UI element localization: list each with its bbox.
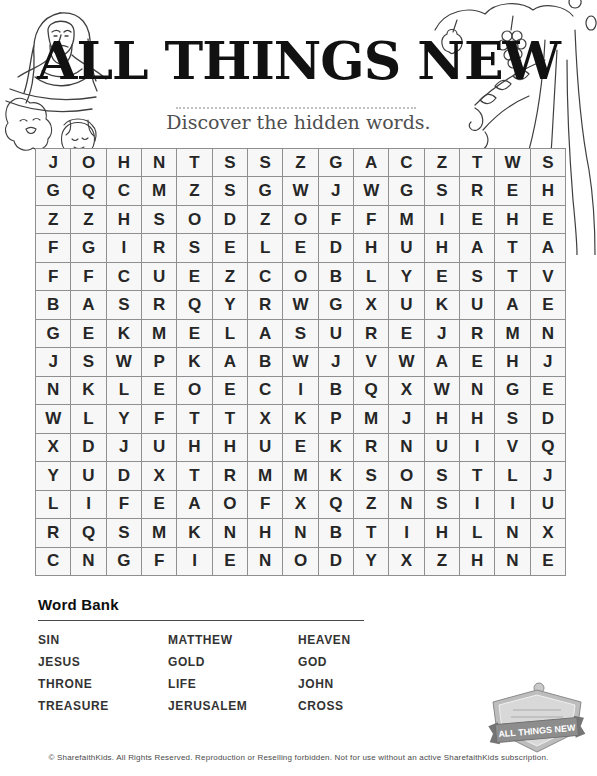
grid-cell[interactable]: L [495, 462, 529, 489]
grid-cell[interactable]: Y [107, 405, 141, 432]
grid-cell[interactable]: X [36, 434, 70, 461]
grid-cell[interactable]: I [460, 434, 494, 461]
grid-cell[interactable]: D [71, 434, 105, 461]
grid-cell[interactable]: F [107, 491, 141, 518]
grid-cell[interactable]: J [36, 149, 70, 176]
grid-cell[interactable]: A [425, 348, 459, 375]
grid-cell[interactable]: E [177, 263, 211, 290]
grid-cell[interactable]: E [460, 348, 494, 375]
word-bank-column: MATTHEWGOLDLIFEJERUSALEM [168, 633, 298, 713]
grid-cell[interactable]: N [248, 548, 282, 575]
grid-cell[interactable]: T [213, 405, 247, 432]
grid-cell[interactable]: D [107, 462, 141, 489]
grid-cell[interactable]: H [425, 234, 459, 261]
grid-cell[interactable]: Z [71, 206, 105, 233]
grid-cell[interactable]: E [283, 234, 317, 261]
word-bank-item: JESUS [38, 655, 168, 669]
grid-cell[interactable]: L [248, 234, 282, 261]
grid-cell[interactable]: Z [36, 206, 70, 233]
grid-cell[interactable]: A [354, 149, 388, 176]
word-bank-column: SINJESUSTHRONETREASURE [38, 633, 168, 713]
grid-cell[interactable]: D [319, 234, 353, 261]
grid-cell[interactable]: E [495, 177, 529, 204]
grid-cell[interactable]: D [213, 206, 247, 233]
grid-cell[interactable]: N [531, 320, 565, 347]
grid-cell[interactable]: R [142, 291, 176, 318]
grid-cell[interactable]: E [213, 548, 247, 575]
grid-cell[interactable]: H [107, 206, 141, 233]
grid-cell[interactable]: S [425, 491, 459, 518]
grid-cell[interactable]: K [283, 405, 317, 432]
grid-cell[interactable]: H [107, 149, 141, 176]
grid-cell[interactable]: N [71, 548, 105, 575]
word-search-grid: JOHNTSSZGACZTWSGQCMZSGWJWGSREHZZHSODZOFF… [35, 148, 566, 576]
grid-cell[interactable]: G [319, 291, 353, 318]
word-bank-item: SIN [38, 633, 168, 647]
grid-cell[interactable]: Z [213, 263, 247, 290]
grid-cell[interactable]: W [354, 177, 388, 204]
grid-cell[interactable]: H [460, 548, 494, 575]
grid-cell[interactable]: L [354, 263, 388, 290]
grid-cell[interactable]: O [177, 377, 211, 404]
grid-cell[interactable]: I [71, 491, 105, 518]
grid-cell[interactable]: C [389, 149, 423, 176]
grid-cell[interactable]: Z [354, 491, 388, 518]
grid-cell[interactable]: K [319, 434, 353, 461]
grid-cell[interactable]: C [107, 177, 141, 204]
grid-cell[interactable]: E [177, 320, 211, 347]
grid-cell[interactable]: N [142, 149, 176, 176]
grid-cell[interactable]: W [389, 348, 423, 375]
grid-cell[interactable]: E [283, 434, 317, 461]
grid-cell[interactable]: T [177, 149, 211, 176]
grid-cell[interactable]: N [36, 377, 70, 404]
grid-cell[interactable]: R [142, 234, 176, 261]
grid-cell[interactable]: X [389, 377, 423, 404]
word-bank-item: GOD [298, 655, 368, 669]
grid-cell[interactable]: U [142, 434, 176, 461]
grid-cell[interactable]: C [36, 548, 70, 575]
grid-cell[interactable]: G [36, 177, 70, 204]
grid-cell[interactable]: F [71, 263, 105, 290]
grid-cell[interactable]: Q [177, 291, 211, 318]
word-bank-item: LIFE [168, 677, 298, 691]
grid-cell[interactable]: J [531, 348, 565, 375]
grid-cell[interactable]: R [460, 177, 494, 204]
grid-cell[interactable]: J [389, 405, 423, 432]
grid-cell[interactable]: N [460, 377, 494, 404]
grid-cell[interactable]: K [177, 519, 211, 546]
grid-cell[interactable]: R [248, 291, 282, 318]
grid-cell[interactable]: Q [531, 434, 565, 461]
grid-cell[interactable]: F [354, 206, 388, 233]
grid-cell[interactable]: Y [36, 462, 70, 489]
grid-cell[interactable]: W [283, 177, 317, 204]
grid-cell[interactable]: O [177, 206, 211, 233]
grid-cell[interactable]: I [425, 206, 459, 233]
grid-cell[interactable]: H [425, 405, 459, 432]
grid-cell[interactable]: H [248, 519, 282, 546]
grid-cell[interactable]: F [248, 491, 282, 518]
word-bank-divider [38, 620, 364, 621]
grid-cell[interactable]: V [354, 348, 388, 375]
grid-cell[interactable]: X [389, 548, 423, 575]
grid-cell[interactable]: M [142, 177, 176, 204]
grid-cell[interactable]: A [495, 291, 529, 318]
grid-cell[interactable]: U [319, 320, 353, 347]
grid-cell[interactable]: I [107, 234, 141, 261]
grid-cell[interactable]: J [319, 348, 353, 375]
dotted-divider [176, 107, 416, 109]
grid-cell[interactable]: Q [319, 491, 353, 518]
grid-cell[interactable]: H [495, 348, 529, 375]
grid-cell[interactable]: S [213, 149, 247, 176]
grid-cell[interactable]: H [425, 519, 459, 546]
grid-cell[interactable]: D [531, 405, 565, 432]
grid-cell[interactable]: S [460, 263, 494, 290]
grid-cell[interactable]: R [460, 320, 494, 347]
word-bank-item: GOLD [168, 655, 298, 669]
grid-cell[interactable]: X [283, 491, 317, 518]
grid-cell[interactable]: Y [389, 263, 423, 290]
grid-cell[interactable]: S [531, 149, 565, 176]
grid-cell[interactable]: E [213, 234, 247, 261]
grid-cell[interactable]: N [389, 434, 423, 461]
page-title: ALL THINGS NEW [0, 30, 597, 91]
grid-cell[interactable]: E [71, 320, 105, 347]
grid-cell[interactable]: A [177, 491, 211, 518]
copyright-footer: © SharefaithKids. All Rights Reserved. R… [0, 753, 597, 762]
grid-cell[interactable]: F [142, 405, 176, 432]
grid-cell[interactable]: Q [354, 377, 388, 404]
grid-cell[interactable]: Q [71, 519, 105, 546]
grid-cell[interactable]: I [495, 491, 529, 518]
grid-cell[interactable]: A [71, 291, 105, 318]
grid-cell[interactable]: X [531, 519, 565, 546]
grid-cell[interactable]: J [107, 434, 141, 461]
grid-cell[interactable]: Z [425, 548, 459, 575]
grid-cell[interactable]: N [283, 519, 317, 546]
grid-cell[interactable]: F [319, 206, 353, 233]
grid-cell[interactable]: P [142, 348, 176, 375]
grid-cell[interactable]: F [142, 548, 176, 575]
grid-cell[interactable]: C [248, 263, 282, 290]
grid-cell[interactable]: C [248, 377, 282, 404]
grid-cell[interactable]: N [389, 491, 423, 518]
grid-cell[interactable]: P [319, 405, 353, 432]
word-bank-item: JERUSALEM [168, 699, 298, 713]
grid-cell[interactable]: I [389, 519, 423, 546]
word-bank-heading: Word Bank [38, 596, 368, 613]
grid-cell[interactable]: L [213, 320, 247, 347]
grid-cell[interactable]: O [213, 491, 247, 518]
grid-cell[interactable]: A [460, 234, 494, 261]
grid-cell[interactable]: S [425, 462, 459, 489]
grid-cell[interactable]: A [213, 348, 247, 375]
grid-cell[interactable]: U [71, 462, 105, 489]
grid-cell[interactable]: O [71, 149, 105, 176]
grid-cell[interactable]: G [319, 149, 353, 176]
grid-cell[interactable]: U [389, 234, 423, 261]
grid-cell[interactable]: B [36, 291, 70, 318]
grid-cell[interactable]: U [460, 291, 494, 318]
grid-cell[interactable]: G [495, 377, 529, 404]
grid-cell[interactable]: J [36, 348, 70, 375]
word-bank-item: TREASURE [38, 699, 168, 713]
grid-cell[interactable]: J [425, 320, 459, 347]
grid-cell[interactable]: H [354, 234, 388, 261]
grid-cell[interactable]: L [460, 519, 494, 546]
word-bank: Word Bank SINJESUSTHRONETREASURE MATTHEW… [38, 596, 368, 713]
grid-cell[interactable]: K [425, 291, 459, 318]
grid-cell[interactable]: G [107, 548, 141, 575]
grid-cell[interactable]: X [354, 291, 388, 318]
grid-cell[interactable]: S [248, 149, 282, 176]
grid-cell[interactable]: K [71, 377, 105, 404]
grid-cell[interactable]: Z [248, 206, 282, 233]
grid-cell[interactable]: M [142, 320, 176, 347]
grid-cell[interactable]: W [283, 348, 317, 375]
grid-cell[interactable]: E [531, 377, 565, 404]
grid-cell[interactable]: Z [177, 177, 211, 204]
grid-cell[interactable]: X [248, 405, 282, 432]
grid-cell[interactable]: I [177, 548, 211, 575]
grid-cell[interactable]: E [460, 206, 494, 233]
grid-cell[interactable]: W [36, 405, 70, 432]
grid-cell[interactable]: H [177, 434, 211, 461]
grid-cell[interactable]: S [107, 519, 141, 546]
grid-cell[interactable]: M [283, 462, 317, 489]
grid-cell[interactable]: T [354, 519, 388, 546]
grid-cell[interactable]: R [354, 434, 388, 461]
word-bank-item: HEAVEN [298, 633, 368, 647]
grid-cell[interactable]: T [177, 462, 211, 489]
grid-cell[interactable]: T [495, 263, 529, 290]
word-bank-item: THRONE [38, 677, 168, 691]
grid-cell[interactable]: I [460, 491, 494, 518]
grid-cell[interactable]: W [107, 348, 141, 375]
grid-cell[interactable]: K [319, 462, 353, 489]
grid-cell[interactable]: S [354, 462, 388, 489]
sharefaith-badge: ALL THINGS NEW [483, 680, 591, 758]
grid-cell[interactable]: W [283, 291, 317, 318]
grid-cell[interactable]: H [460, 405, 494, 432]
grid-cell[interactable]: A [248, 320, 282, 347]
grid-cell[interactable]: S [495, 405, 529, 432]
grid-cell[interactable]: E [213, 377, 247, 404]
grid-cell[interactable]: S [213, 177, 247, 204]
grid-cell[interactable]: H [495, 206, 529, 233]
grid-cell[interactable]: M [354, 405, 388, 432]
grid-cell[interactable]: T [460, 149, 494, 176]
grid-cell[interactable]: E [389, 320, 423, 347]
grid-cell[interactable]: S [177, 234, 211, 261]
grid-cell[interactable]: M [142, 519, 176, 546]
grid-cell[interactable]: U [425, 434, 459, 461]
grid-cell[interactable]: G [389, 177, 423, 204]
grid-cell[interactable]: U [531, 491, 565, 518]
grid-cell[interactable]: U [389, 291, 423, 318]
grid-cell[interactable]: G [36, 320, 70, 347]
grid-cell[interactable]: S [142, 206, 176, 233]
grid-cell[interactable]: E [425, 263, 459, 290]
grid-cell[interactable]: I [283, 377, 317, 404]
grid-cell[interactable]: Q [71, 177, 105, 204]
grid-cell[interactable]: G [71, 234, 105, 261]
grid-cell[interactable]: O [283, 548, 317, 575]
grid-cell[interactable]: E [531, 291, 565, 318]
word-bank-item: JOHN [298, 677, 368, 691]
grid-cell[interactable]: J [531, 462, 565, 489]
word-bank-item: MATTHEW [168, 633, 298, 647]
grid-cell[interactable]: B [319, 377, 353, 404]
grid-cell[interactable]: M [248, 462, 282, 489]
grid-cell[interactable]: X [142, 462, 176, 489]
grid-cell[interactable]: Z [425, 149, 459, 176]
grid-cell[interactable]: L [71, 405, 105, 432]
grid-cell[interactable]: M [389, 206, 423, 233]
grid-cell[interactable]: N [495, 548, 529, 575]
grid-cell[interactable]: Y [354, 548, 388, 575]
grid-cell[interactable]: A [531, 234, 565, 261]
grid-cell[interactable]: N [213, 519, 247, 546]
word-bank-column: HEAVENGODJOHNCROSS [298, 633, 368, 713]
grid-cell[interactable]: V [495, 434, 529, 461]
grid-cell[interactable]: U [248, 434, 282, 461]
grid-cell[interactable]: W [425, 377, 459, 404]
grid-cell[interactable]: J [319, 177, 353, 204]
grid-cell[interactable]: S [425, 177, 459, 204]
grid-cell[interactable]: B [248, 348, 282, 375]
grid-cell[interactable]: F [36, 263, 70, 290]
grid-cell[interactable]: E [531, 206, 565, 233]
grid-cell[interactable]: S [283, 320, 317, 347]
grid-cell[interactable]: M [495, 320, 529, 347]
grid-cell[interactable]: R [36, 519, 70, 546]
grid-cell[interactable]: N [495, 519, 529, 546]
grid-cell[interactable]: O [283, 206, 317, 233]
grid-cell[interactable]: W [495, 149, 529, 176]
grid-cell[interactable]: V [531, 263, 565, 290]
grid-cell[interactable]: H [213, 434, 247, 461]
page-subtitle: Discover the hidden words. [0, 111, 597, 133]
grid-cell[interactable]: S [71, 348, 105, 375]
grid-cell[interactable]: B [319, 519, 353, 546]
grid-cell[interactable]: F [36, 234, 70, 261]
grid-cell[interactable]: R [354, 320, 388, 347]
grid-cell[interactable]: Y [213, 291, 247, 318]
grid-cell[interactable]: T [460, 462, 494, 489]
word-bank-item: CROSS [298, 699, 368, 713]
grid-cell[interactable]: K [177, 348, 211, 375]
grid-cell[interactable]: E [142, 491, 176, 518]
grid-cell[interactable]: O [283, 263, 317, 290]
grid-cell[interactable]: E [142, 377, 176, 404]
grid-cell[interactable]: O [389, 462, 423, 489]
grid-cell[interactable]: C [107, 263, 141, 290]
grid-cell[interactable]: D [319, 548, 353, 575]
grid-cell[interactable]: L [36, 491, 70, 518]
grid-cell[interactable]: G [248, 177, 282, 204]
grid-cell[interactable]: T [495, 234, 529, 261]
grid-cell[interactable]: K [107, 320, 141, 347]
grid-cell[interactable]: T [177, 405, 211, 432]
grid-cell[interactable]: Z [283, 149, 317, 176]
grid-cell[interactable]: U [142, 263, 176, 290]
grid-cell[interactable]: B [319, 263, 353, 290]
grid-cell[interactable]: L [107, 377, 141, 404]
grid-cell[interactable]: E [531, 548, 565, 575]
grid-cell[interactable]: R [213, 462, 247, 489]
grid-cell[interactable]: H [531, 177, 565, 204]
grid-cell[interactable]: S [107, 291, 141, 318]
